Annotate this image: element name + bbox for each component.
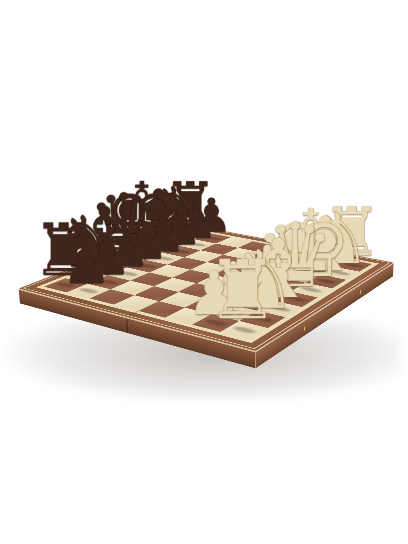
white-rook-glyph: ♜ (182, 250, 303, 332)
black-pawn-glyph: ♟ (33, 236, 141, 291)
scene: ♜♟♟♜♞♟♟♞♝♟♟♝♚♟♟♚♛♟♟♛♝♟♟♝♞♟♟♞♜♟♟♜ (0, 0, 408, 544)
chess-board: ♜♟♟♜♞♟♟♞♝♟♟♝♚♟♟♚♛♟♟♛♝♟♟♝♞♟♟♞♜♟♟♜ (19, 224, 394, 351)
chess-set-photo: ♜♟♟♜♞♟♟♞♝♟♟♝♚♟♟♚♛♟♟♛♝♟♟♝♞♟♟♞♜♟♟♜ (0, 0, 408, 544)
fold-seam-front (126, 318, 128, 333)
brass-clasp (304, 326, 306, 332)
